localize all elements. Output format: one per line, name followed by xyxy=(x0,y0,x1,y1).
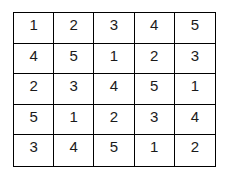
cell-value: 3 xyxy=(70,78,78,93)
cell-value: 2 xyxy=(150,48,158,63)
cell-value: 3 xyxy=(110,17,118,32)
grid-cell-r5c1[interactable]: 3 xyxy=(14,135,54,166)
cell-value: 2 xyxy=(70,17,78,32)
cell-value: 1 xyxy=(70,109,78,124)
cell-value: 1 xyxy=(29,17,37,32)
grid-cell-r3c3[interactable]: 4 xyxy=(94,74,134,105)
grid-cell-r2c3[interactable]: 1 xyxy=(94,44,134,75)
cell-value: 1 xyxy=(150,139,158,154)
grid-cell-r1c5[interactable]: 5 xyxy=(175,13,215,44)
grid-cell-r2c1[interactable]: 4 xyxy=(14,44,54,75)
grid-cell-r4c4[interactable]: 3 xyxy=(135,105,175,136)
grid-cell-r2c4[interactable]: 2 xyxy=(135,44,175,75)
cell-value: 4 xyxy=(110,78,118,93)
grid-cell-r3c5[interactable]: 1 xyxy=(175,74,215,105)
grid-cell-r2c5[interactable]: 3 xyxy=(175,44,215,75)
cell-value: 4 xyxy=(29,48,37,63)
cell-value: 3 xyxy=(29,139,37,154)
cell-value: 2 xyxy=(191,139,199,154)
cell-value: 3 xyxy=(150,109,158,124)
cell-value: 2 xyxy=(29,78,37,93)
grid-cell-r4c2[interactable]: 1 xyxy=(54,105,94,136)
cell-value: 5 xyxy=(70,48,78,63)
cell-value: 5 xyxy=(191,17,199,32)
grid-cell-r1c1[interactable]: 1 xyxy=(14,13,54,44)
grid-cell-r3c1[interactable]: 2 xyxy=(14,74,54,105)
grid-cell-r1c4[interactable]: 4 xyxy=(135,13,175,44)
cell-value: 5 xyxy=(29,109,37,124)
grid-cell-r2c2[interactable]: 5 xyxy=(54,44,94,75)
grid-cell-r3c4[interactable]: 5 xyxy=(135,74,175,105)
grid-cell-r4c1[interactable]: 5 xyxy=(14,105,54,136)
grid-cell-r5c4[interactable]: 1 xyxy=(135,135,175,166)
grid-cell-r1c2[interactable]: 2 xyxy=(54,13,94,44)
grid-cell-r3c2[interactable]: 3 xyxy=(54,74,94,105)
number-grid: 1234545123234515123434512 xyxy=(13,12,216,167)
grid-cell-r1c3[interactable]: 3 xyxy=(94,13,134,44)
cell-value: 5 xyxy=(150,78,158,93)
cell-value: 5 xyxy=(110,139,118,154)
grid-cell-r5c2[interactable]: 4 xyxy=(54,135,94,166)
cell-value: 1 xyxy=(110,48,118,63)
grid-cell-r5c5[interactable]: 2 xyxy=(175,135,215,166)
grid-cell-r4c5[interactable]: 4 xyxy=(175,105,215,136)
grid-cell-r5c3[interactable]: 5 xyxy=(94,135,134,166)
cell-value: 4 xyxy=(150,17,158,32)
cell-value: 4 xyxy=(70,139,78,154)
cell-value: 2 xyxy=(110,109,118,124)
grid-cell-r4c3[interactable]: 2 xyxy=(94,105,134,136)
cell-value: 1 xyxy=(191,78,199,93)
cell-value: 3 xyxy=(191,48,199,63)
cell-value: 4 xyxy=(191,109,199,124)
